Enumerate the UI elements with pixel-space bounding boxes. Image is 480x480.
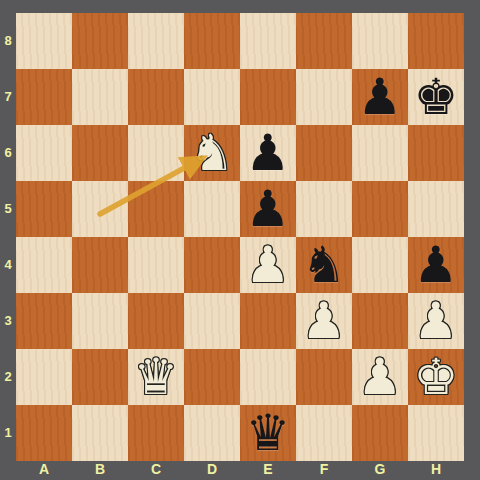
square-c4[interactable]	[128, 237, 184, 293]
square-b4[interactable]	[72, 237, 128, 293]
piece-white-pawn-e4[interactable]: ♟	[246, 237, 291, 293]
square-f3[interactable]: ♟	[296, 293, 352, 349]
square-g7[interactable]: ♟	[352, 69, 408, 125]
rank-label-1: 1	[0, 405, 16, 461]
piece-white-pawn-f3[interactable]: ♟	[302, 293, 347, 349]
square-e4[interactable]: ♟	[240, 237, 296, 293]
square-h5[interactable]	[408, 181, 464, 237]
piece-black-pawn-e6[interactable]: ♟	[246, 125, 291, 181]
square-d4[interactable]	[184, 237, 240, 293]
square-d6[interactable]: ♞	[184, 125, 240, 181]
square-a3[interactable]	[16, 293, 72, 349]
square-b6[interactable]	[72, 125, 128, 181]
file-label-a: A	[16, 461, 72, 480]
square-e2[interactable]	[240, 349, 296, 405]
rank-label-6: 6	[0, 125, 16, 181]
file-labels: ABCDEFGH	[16, 461, 464, 480]
square-c5[interactable]	[128, 181, 184, 237]
piece-black-pawn-h4[interactable]: ♟	[414, 237, 459, 293]
file-label-b: B	[72, 461, 128, 480]
square-c8[interactable]	[128, 13, 184, 69]
rank-label-8: 8	[0, 13, 16, 69]
square-e1[interactable]: ♛	[240, 405, 296, 461]
rank-labels: 87654321	[0, 13, 16, 461]
square-e8[interactable]	[240, 13, 296, 69]
square-a2[interactable]	[16, 349, 72, 405]
file-label-e: E	[240, 461, 296, 480]
square-f1[interactable]	[296, 405, 352, 461]
rank-label-3: 3	[0, 293, 16, 349]
square-b3[interactable]	[72, 293, 128, 349]
file-label-d: D	[184, 461, 240, 480]
square-g1[interactable]	[352, 405, 408, 461]
rank-label-5: 5	[0, 181, 16, 237]
rank-label-7: 7	[0, 69, 16, 125]
piece-white-pawn-g2[interactable]: ♟	[358, 349, 403, 405]
piece-black-pawn-e5[interactable]: ♟	[246, 181, 291, 237]
square-b5[interactable]	[72, 181, 128, 237]
square-e7[interactable]	[240, 69, 296, 125]
square-a1[interactable]	[16, 405, 72, 461]
square-g2[interactable]: ♟	[352, 349, 408, 405]
piece-white-king-h2[interactable]: ♚	[414, 349, 459, 405]
square-f6[interactable]	[296, 125, 352, 181]
square-h2[interactable]: ♚	[408, 349, 464, 405]
rank-label-4: 4	[0, 237, 16, 293]
square-h7[interactable]: ♚	[408, 69, 464, 125]
square-f2[interactable]	[296, 349, 352, 405]
square-g6[interactable]	[352, 125, 408, 181]
square-e3[interactable]	[240, 293, 296, 349]
square-f4[interactable]: ♞	[296, 237, 352, 293]
square-h3[interactable]: ♟	[408, 293, 464, 349]
square-h4[interactable]: ♟	[408, 237, 464, 293]
piece-black-king-h7[interactable]: ♚	[414, 69, 459, 125]
square-c2[interactable]: ♛	[128, 349, 184, 405]
square-f8[interactable]	[296, 13, 352, 69]
chess-diagram: 87654321 ♟♚♞♟♟♟♞♟♟♟♛♟♚♛ ABCDEFGH	[0, 0, 480, 480]
square-d3[interactable]	[184, 293, 240, 349]
square-f7[interactable]	[296, 69, 352, 125]
square-g8[interactable]	[352, 13, 408, 69]
square-c7[interactable]	[128, 69, 184, 125]
square-a5[interactable]	[16, 181, 72, 237]
square-h1[interactable]	[408, 405, 464, 461]
square-b2[interactable]	[72, 349, 128, 405]
square-h8[interactable]	[408, 13, 464, 69]
square-a8[interactable]	[16, 13, 72, 69]
square-b1[interactable]	[72, 405, 128, 461]
square-a7[interactable]	[16, 69, 72, 125]
square-d1[interactable]	[184, 405, 240, 461]
square-d8[interactable]	[184, 13, 240, 69]
square-g4[interactable]	[352, 237, 408, 293]
square-c3[interactable]	[128, 293, 184, 349]
piece-white-knight-d6[interactable]: ♞	[190, 125, 235, 181]
square-c6[interactable]	[128, 125, 184, 181]
square-g3[interactable]	[352, 293, 408, 349]
piece-white-queen-c2[interactable]: ♛	[134, 349, 179, 405]
piece-black-knight-f4[interactable]: ♞	[302, 237, 347, 293]
square-d7[interactable]	[184, 69, 240, 125]
file-label-h: H	[408, 461, 464, 480]
square-g5[interactable]	[352, 181, 408, 237]
square-d5[interactable]	[184, 181, 240, 237]
file-label-g: G	[352, 461, 408, 480]
piece-black-queen-e1[interactable]: ♛	[246, 405, 291, 461]
square-b8[interactable]	[72, 13, 128, 69]
square-a6[interactable]	[16, 125, 72, 181]
square-a4[interactable]	[16, 237, 72, 293]
square-h6[interactable]	[408, 125, 464, 181]
square-f5[interactable]	[296, 181, 352, 237]
rank-label-2: 2	[0, 349, 16, 405]
piece-white-pawn-h3[interactable]: ♟	[414, 293, 459, 349]
square-d2[interactable]	[184, 349, 240, 405]
file-label-c: C	[128, 461, 184, 480]
file-label-f: F	[296, 461, 352, 480]
square-b7[interactable]	[72, 69, 128, 125]
chess-board[interactable]: ♟♚♞♟♟♟♞♟♟♟♛♟♚♛	[16, 13, 464, 461]
square-c1[interactable]	[128, 405, 184, 461]
square-e5[interactable]: ♟	[240, 181, 296, 237]
piece-black-pawn-g7[interactable]: ♟	[358, 69, 403, 125]
square-e6[interactable]: ♟	[240, 125, 296, 181]
